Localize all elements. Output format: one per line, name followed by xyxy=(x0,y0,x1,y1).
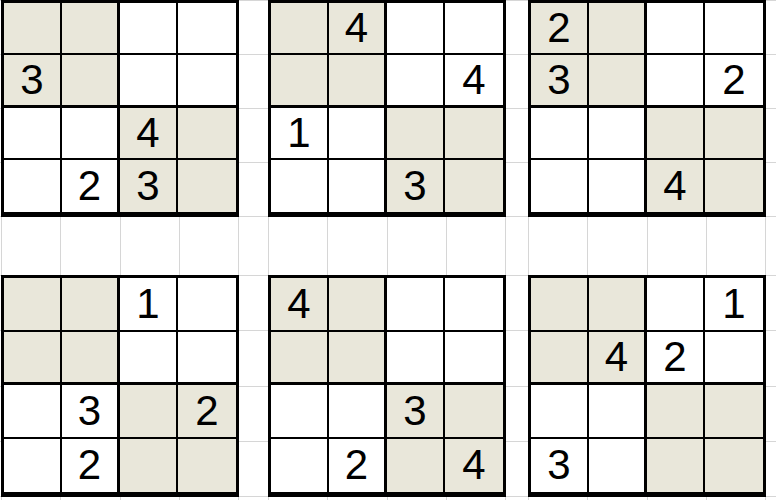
puzzle-bottom-left-cell-r4c1[interactable] xyxy=(4,439,62,493)
puzzle-bottom-right-cell-r2c2[interactable]: 4 xyxy=(589,332,647,386)
given-digit: 1 xyxy=(136,283,159,325)
puzzle-top-left-cell-r1c1[interactable] xyxy=(4,3,62,55)
puzzle-top-right-cell-r2c3[interactable] xyxy=(647,55,705,107)
puzzle-top-middle-cell-r1c4[interactable] xyxy=(445,3,503,55)
puzzle-bottom-left-cell-r2c1[interactable] xyxy=(4,332,62,386)
puzzle-bottom-middle-cell-r3c3[interactable]: 3 xyxy=(387,385,445,439)
puzzle-top-middle-cell-r1c1[interactable] xyxy=(271,3,329,55)
puzzle-top-middle-cell-r3c2[interactable] xyxy=(329,108,387,160)
puzzle-top-left-cell-r3c4[interactable] xyxy=(178,108,236,160)
given-digit: 4 xyxy=(345,7,368,49)
puzzle-bottom-left-cell-r4c3[interactable] xyxy=(120,439,178,493)
puzzle-bottom-right-cell-r3c4[interactable] xyxy=(705,385,763,439)
given-digit: 2 xyxy=(345,444,368,486)
given-digit: 2 xyxy=(722,59,745,101)
given-digit: 4 xyxy=(287,283,310,325)
puzzle-top-right-cell-r1c4[interactable] xyxy=(705,3,763,55)
puzzle-top-middle-cell-r3c3[interactable] xyxy=(387,108,445,160)
puzzle-top-left-cell-r4c2[interactable]: 2 xyxy=(62,160,120,212)
puzzle-bottom-middle: 4324 xyxy=(268,275,506,497)
puzzle-top-left-cell-r3c2[interactable] xyxy=(62,108,120,160)
puzzle-bottom-right: 1423 xyxy=(528,275,766,497)
puzzle-top-middle-cell-r4c4[interactable] xyxy=(445,160,503,212)
puzzle-top-middle-cell-r2c3[interactable] xyxy=(387,55,445,107)
puzzle-bottom-left-cell-r2c2[interactable] xyxy=(62,332,120,386)
puzzle-bottom-left-cell-r1c2[interactable] xyxy=(62,278,120,332)
puzzle-bottom-left-cell-r1c3[interactable]: 1 xyxy=(120,278,178,332)
puzzle-bottom-middle-cell-r4c3[interactable] xyxy=(387,439,445,493)
puzzle-bottom-middle-cell-r2c4[interactable] xyxy=(445,332,503,386)
puzzle-bottom-left-cell-r3c4[interactable]: 2 xyxy=(178,385,236,439)
given-digit: 2 xyxy=(78,165,101,207)
puzzle-top-middle-cell-r4c3[interactable]: 3 xyxy=(387,160,445,212)
given-digit: 4 xyxy=(136,112,159,154)
puzzle-bottom-middle-cell-r1c1[interactable]: 4 xyxy=(271,278,329,332)
puzzle-bottom-middle-cell-r3c4[interactable] xyxy=(445,385,503,439)
puzzle-top-left-cell-r4c4[interactable] xyxy=(178,160,236,212)
given-digit: 3 xyxy=(547,444,570,486)
puzzle-bottom-right-cell-r1c2[interactable] xyxy=(589,278,647,332)
puzzle-bottom-middle-cell-r4c2[interactable]: 2 xyxy=(329,439,387,493)
puzzle-bottom-left-cell-r4c4[interactable] xyxy=(178,439,236,493)
given-digit: 2 xyxy=(195,390,218,432)
puzzle-top-left-cell-r4c3[interactable]: 3 xyxy=(120,160,178,212)
puzzle-top-middle-cell-r3c1[interactable]: 1 xyxy=(271,108,329,160)
puzzle-bottom-left-cell-r2c4[interactable] xyxy=(178,332,236,386)
puzzle-bottom-right-cell-r4c2[interactable] xyxy=(589,439,647,493)
puzzle-top-middle-cell-r3c4[interactable] xyxy=(445,108,503,160)
puzzle-top-right-cell-r1c3[interactable] xyxy=(647,3,705,55)
puzzle-bottom-left-cell-r4c2[interactable]: 2 xyxy=(62,439,120,493)
puzzle-top-right-cell-r2c1[interactable]: 3 xyxy=(531,55,589,107)
given-digit: 3 xyxy=(136,165,159,207)
puzzle-bottom-middle-cell-r2c3[interactable] xyxy=(387,332,445,386)
given-digit: 4 xyxy=(605,336,628,378)
puzzle-top-right-cell-r4c1[interactable] xyxy=(531,160,589,212)
puzzle-top-right-cell-r3c2[interactable] xyxy=(589,108,647,160)
puzzle-bottom-left-cell-r3c3[interactable] xyxy=(120,385,178,439)
puzzle-top-left: 3423 xyxy=(1,0,239,217)
puzzle-bottom-right-cell-r1c4[interactable]: 1 xyxy=(705,278,763,332)
puzzle-top-right-cell-r4c4[interactable] xyxy=(705,160,763,212)
puzzle-bottom-middle-cell-r4c4[interactable]: 4 xyxy=(445,439,503,493)
puzzle-bottom-left-cell-r3c2[interactable]: 3 xyxy=(62,385,120,439)
given-digit: 2 xyxy=(547,7,570,49)
puzzle-top-left-cell-r2c3[interactable] xyxy=(120,55,178,107)
puzzle-top-middle-cell-r2c2[interactable] xyxy=(329,55,387,107)
puzzle-top-middle-cell-r2c4[interactable]: 4 xyxy=(445,55,503,107)
puzzle-top-right-cell-r3c4[interactable] xyxy=(705,108,763,160)
given-digit: 1 xyxy=(287,112,310,154)
puzzle-bottom-left-cell-r3c1[interactable] xyxy=(4,385,62,439)
puzzle-top-left-cell-r4c1[interactable] xyxy=(4,160,62,212)
puzzle-top-left-cell-r1c4[interactable] xyxy=(178,3,236,55)
puzzle-top-middle-cell-r1c3[interactable] xyxy=(387,3,445,55)
puzzle-bottom-right-cell-r4c1[interactable]: 3 xyxy=(531,439,589,493)
puzzle-top-middle: 4413 xyxy=(268,0,506,217)
puzzle-top-left-cell-r2c2[interactable] xyxy=(62,55,120,107)
puzzle-bottom-right-cell-r2c1[interactable] xyxy=(531,332,589,386)
puzzle-top-right-cell-r3c1[interactable] xyxy=(531,108,589,160)
puzzle-bottom-middle-cell-r1c2[interactable] xyxy=(329,278,387,332)
given-digit: 4 xyxy=(462,59,485,101)
given-digit: 3 xyxy=(20,59,43,101)
puzzle-top-right: 2324 xyxy=(528,0,766,217)
puzzle-bottom-right-cell-r4c4[interactable] xyxy=(705,439,763,493)
given-digit: 3 xyxy=(403,165,426,207)
puzzle-top-right-cell-r4c3[interactable]: 4 xyxy=(647,160,705,212)
puzzle-bottom-right-cell-r4c3[interactable] xyxy=(647,439,705,493)
puzzle-bottom-middle-cell-r3c2[interactable] xyxy=(329,385,387,439)
puzzle-bottom-middle-cell-r1c4[interactable] xyxy=(445,278,503,332)
puzzle-bottom-right-cell-r2c3[interactable]: 2 xyxy=(647,332,705,386)
puzzle-bottom-right-cell-r3c2[interactable] xyxy=(589,385,647,439)
given-digit: 3 xyxy=(547,59,570,101)
puzzle-top-middle-cell-r1c2[interactable]: 4 xyxy=(329,3,387,55)
puzzle-bottom-middle-cell-r3c1[interactable] xyxy=(271,385,329,439)
puzzle-bottom-middle-cell-r2c2[interactable] xyxy=(329,332,387,386)
given-digit: 2 xyxy=(78,444,101,486)
puzzle-top-right-cell-r1c2[interactable] xyxy=(589,3,647,55)
given-digit: 4 xyxy=(462,444,485,486)
puzzle-bottom-middle-cell-r4c1[interactable] xyxy=(271,439,329,493)
puzzle-top-left-cell-r2c4[interactable] xyxy=(178,55,236,107)
given-digit: 1 xyxy=(722,283,745,325)
puzzle-bottom-left-cell-r2c3[interactable] xyxy=(120,332,178,386)
given-digit: 3 xyxy=(78,390,101,432)
given-digit: 2 xyxy=(663,336,686,378)
puzzle-bottom-right-cell-r3c3[interactable] xyxy=(647,385,705,439)
puzzle-top-middle-cell-r4c2[interactable] xyxy=(329,160,387,212)
puzzle-top-right-cell-r2c2[interactable] xyxy=(589,55,647,107)
puzzle-top-left-cell-r3c1[interactable] xyxy=(4,108,62,160)
puzzle-top-left-cell-r1c2[interactable] xyxy=(62,3,120,55)
puzzle-bottom-middle-cell-r1c3[interactable] xyxy=(387,278,445,332)
puzzle-bottom-right-cell-r1c1[interactable] xyxy=(531,278,589,332)
given-digit: 4 xyxy=(663,165,686,207)
puzzle-bottom-right-cell-r3c1[interactable] xyxy=(531,385,589,439)
puzzle-top-left-cell-r1c3[interactable] xyxy=(120,3,178,55)
puzzle-bottom-left: 1322 xyxy=(1,275,239,497)
puzzle-top-right-cell-r2c4[interactable]: 2 xyxy=(705,55,763,107)
puzzle-bottom-left-cell-r1c4[interactable] xyxy=(178,278,236,332)
puzzle-bottom-left-cell-r1c1[interactable] xyxy=(4,278,62,332)
puzzle-top-right-cell-r1c1[interactable]: 2 xyxy=(531,3,589,55)
puzzle-bottom-middle-cell-r2c1[interactable] xyxy=(271,332,329,386)
puzzle-bottom-right-cell-r1c3[interactable] xyxy=(647,278,705,332)
puzzle-top-middle-cell-r4c1[interactable] xyxy=(271,160,329,212)
puzzle-top-left-cell-r3c3[interactable]: 4 xyxy=(120,108,178,160)
puzzle-top-right-cell-r3c3[interactable] xyxy=(647,108,705,160)
given-digit: 3 xyxy=(403,390,426,432)
puzzle-top-left-cell-r2c1[interactable]: 3 xyxy=(4,55,62,107)
puzzle-top-middle-cell-r2c1[interactable] xyxy=(271,55,329,107)
puzzle-bottom-right-cell-r2c4[interactable] xyxy=(705,332,763,386)
puzzle-top-right-cell-r4c2[interactable] xyxy=(589,160,647,212)
